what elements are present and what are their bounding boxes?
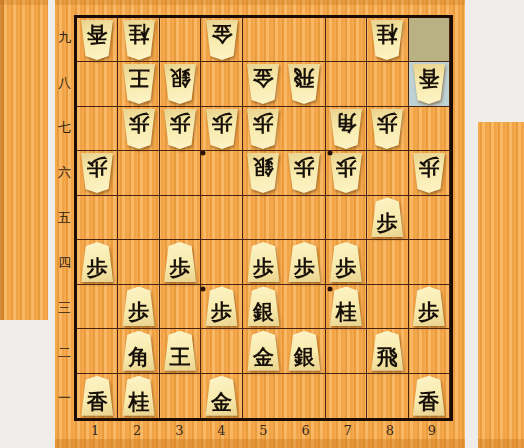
rank-label: 二	[55, 331, 74, 376]
piece-tile: 銀	[163, 64, 197, 104]
board-square[interactable]	[160, 285, 201, 329]
piece-pawn-top[interactable]: 歩	[205, 109, 239, 149]
board-square[interactable]: 歩	[284, 151, 325, 195]
board-square[interactable]: 歩	[284, 240, 325, 284]
piece-rook-top[interactable]: 飛	[287, 64, 321, 104]
board-square[interactable]	[201, 329, 242, 373]
board-square[interactable]	[367, 374, 408, 418]
piece-kanji: 歩	[170, 112, 191, 133]
piece-bishop-top[interactable]: 角	[329, 109, 363, 149]
board-square[interactable]: 王	[160, 329, 201, 373]
piece-kanji: 歩	[128, 302, 149, 323]
piece-kanji: 歩	[253, 112, 274, 133]
piece-pawn-top[interactable]: 歩	[329, 153, 363, 193]
piece-pawn-top[interactable]: 歩	[370, 109, 404, 149]
board-square[interactable]	[77, 329, 118, 373]
board-square[interactable]	[284, 107, 325, 151]
rank-label: 五	[55, 195, 74, 240]
board-square[interactable]: 歩	[201, 285, 242, 329]
piece-tile: 歩	[205, 109, 239, 149]
piece-kanji: 桂	[335, 302, 356, 323]
board-square[interactable]: 歩	[367, 107, 408, 151]
piece-kanji: 歩	[87, 258, 108, 279]
piece-kanji: 銀	[253, 156, 274, 177]
board-square[interactable]	[243, 374, 284, 418]
piece-tile: 金	[205, 376, 239, 416]
board-square[interactable]	[409, 196, 450, 240]
board-square[interactable]: 歩	[243, 107, 284, 151]
piece-pawn-bottom[interactable]: 歩	[205, 286, 239, 326]
piece-tile: 金	[205, 20, 239, 60]
shogi-app-window: 九八七六五四三二一 香桂金桂王銀金飛香歩歩歩歩角歩歩銀歩歩歩歩歩歩歩歩歩歩歩銀桂…	[0, 0, 524, 448]
board-square[interactable]	[284, 285, 325, 329]
piece-kanji: 歩	[294, 258, 315, 279]
piece-tile: 銀	[246, 153, 280, 193]
board-square[interactable]	[367, 62, 408, 106]
piece-tile: 飛	[287, 64, 321, 104]
board-square[interactable]: 金	[201, 18, 242, 62]
board-square[interactable]	[77, 62, 118, 106]
file-label: 7	[327, 421, 369, 439]
file-label: 4	[200, 421, 242, 439]
piece-kanji: 角	[128, 347, 149, 368]
board-square[interactable]: 銀	[284, 329, 325, 373]
piece-tile: 桂	[329, 286, 363, 326]
piece-kanji: 歩	[294, 156, 315, 177]
piece-knight-top[interactable]: 桂	[370, 20, 404, 60]
board-square[interactable]: 金	[243, 329, 284, 373]
shogi-board: 香桂金桂王銀金飛香歩歩歩歩角歩歩銀歩歩歩歩歩歩歩歩歩歩歩銀桂歩角王金銀飛香桂金香	[74, 15, 453, 421]
board-square[interactable]: 歩	[118, 285, 159, 329]
board-square[interactable]	[284, 196, 325, 240]
piece-kanji: 香	[418, 392, 439, 413]
board-square[interactable]: 香	[409, 374, 450, 418]
file-label: 3	[158, 421, 200, 439]
board-square[interactable]	[243, 196, 284, 240]
piece-pawn-top[interactable]: 歩	[80, 153, 114, 193]
board-square[interactable]	[77, 285, 118, 329]
piece-tile: 歩	[329, 242, 363, 282]
piece-kanji: 桂	[128, 23, 149, 44]
board-square[interactable]: 王	[118, 62, 159, 106]
board-square[interactable]	[409, 329, 450, 373]
board-square[interactable]	[326, 374, 367, 418]
board-square[interactable]: 歩	[118, 107, 159, 151]
board-square[interactable]: 歩	[77, 151, 118, 195]
piece-kanji: 歩	[128, 112, 149, 133]
piece-tile: 金	[246, 331, 280, 371]
piece-kanji: 角	[335, 112, 356, 133]
piece-kanji: 歩	[377, 112, 398, 133]
piece-bishop-bottom[interactable]: 角	[122, 331, 156, 371]
piece-tile: 銀	[287, 331, 321, 371]
board-square[interactable]: 歩	[409, 151, 450, 195]
piece-pawn-bottom[interactable]: 歩	[329, 242, 363, 282]
piece-king-bottom[interactable]: 王	[163, 331, 197, 371]
board-square[interactable]	[160, 374, 201, 418]
piece-gold-top[interactable]: 金	[205, 20, 239, 60]
board-square[interactable]: 歩	[409, 285, 450, 329]
piece-tile: 王	[163, 331, 197, 371]
piece-tile: 香	[412, 376, 446, 416]
piece-gold-bottom[interactable]: 金	[246, 331, 280, 371]
board-square[interactable]: 銀	[243, 285, 284, 329]
piece-kanji: 歩	[335, 156, 356, 177]
piece-rook-bottom[interactable]: 飛	[370, 331, 404, 371]
board-square[interactable]	[367, 285, 408, 329]
board-square[interactable]	[409, 107, 450, 151]
rank-label: 六	[55, 150, 74, 195]
piece-knight-bottom[interactable]: 桂	[122, 376, 156, 416]
board-square[interactable]: 桂	[367, 18, 408, 62]
hoshi-dot	[328, 287, 333, 292]
board-square[interactable]	[284, 374, 325, 418]
piece-kanji: 歩	[377, 213, 398, 234]
piece-tile: 歩	[370, 197, 404, 237]
piece-tile: 歩	[205, 286, 239, 326]
board-square[interactable]	[77, 196, 118, 240]
piece-tile: 歩	[122, 286, 156, 326]
piece-kanji: 銀	[170, 67, 191, 88]
board-square[interactable]	[326, 196, 367, 240]
board-square[interactable]: 歩	[326, 240, 367, 284]
piece-kanji: 歩	[418, 156, 439, 177]
board-square[interactable]	[409, 18, 450, 62]
board-square[interactable]: 歩	[160, 107, 201, 151]
piece-tile: 歩	[80, 153, 114, 193]
hoshi-dot	[328, 151, 333, 156]
left-komadai-panel	[0, 0, 48, 320]
piece-kanji: 金	[253, 67, 274, 88]
rank-label: 四	[55, 241, 74, 286]
piece-kanji: 歩	[253, 258, 274, 279]
piece-kanji: 香	[418, 67, 439, 88]
piece-knight-top[interactable]: 桂	[122, 20, 156, 60]
board-square[interactable]	[77, 107, 118, 151]
rank-label: 一	[55, 376, 74, 421]
piece-pawn-bottom[interactable]: 歩	[122, 286, 156, 326]
piece-tile: 金	[246, 64, 280, 104]
piece-kanji: 歩	[211, 112, 232, 133]
board-square[interactable]: 桂	[118, 374, 159, 418]
piece-pawn-top[interactable]: 歩	[412, 153, 446, 193]
piece-tile: 角	[329, 109, 363, 149]
piece-pawn-top[interactable]: 歩	[122, 109, 156, 149]
piece-pawn-top[interactable]: 歩	[246, 109, 280, 149]
piece-tile: 歩	[246, 242, 280, 282]
piece-pawn-bottom[interactable]: 歩	[287, 242, 321, 282]
piece-kanji: 王	[170, 347, 191, 368]
piece-tile: 銀	[246, 286, 280, 326]
file-label: 5	[242, 421, 284, 439]
board-square[interactable]: 金	[201, 374, 242, 418]
board-square[interactable]	[326, 62, 367, 106]
board-square[interactable]	[201, 62, 242, 106]
board-square[interactable]: 角	[326, 107, 367, 151]
piece-pawn-bottom[interactable]: 歩	[163, 242, 197, 282]
file-label: 1	[74, 421, 116, 439]
piece-kanji: 桂	[377, 23, 398, 44]
board-square[interactable]: 桂	[326, 285, 367, 329]
board-square[interactable]: 香	[409, 62, 450, 106]
piece-lance-bottom[interactable]: 香	[80, 376, 114, 416]
board-square[interactable]	[160, 151, 201, 195]
piece-kanji: 金	[211, 392, 232, 413]
piece-kanji: 飛	[377, 347, 398, 368]
rank-label: 三	[55, 286, 74, 331]
piece-tile: 歩	[163, 242, 197, 282]
board-square[interactable]	[326, 329, 367, 373]
piece-tile: 桂	[370, 20, 404, 60]
hoshi-dot	[201, 287, 206, 292]
board-square[interactable]: 歩	[243, 240, 284, 284]
piece-pawn-bottom[interactable]: 歩	[412, 286, 446, 326]
board-square[interactable]: 飛	[284, 62, 325, 106]
board-square[interactable]	[160, 18, 201, 62]
board-square[interactable]: 歩	[367, 196, 408, 240]
board-square[interactable]: 香	[77, 374, 118, 418]
piece-tile: 王	[122, 64, 156, 104]
piece-tile: 香	[80, 376, 114, 416]
piece-kanji: 金	[211, 23, 232, 44]
board-square[interactable]: 歩	[77, 240, 118, 284]
piece-kanji: 飛	[294, 67, 315, 88]
board-square[interactable]: 銀	[160, 62, 201, 106]
piece-kanji: 歩	[87, 156, 108, 177]
piece-gold-bottom[interactable]: 金	[205, 376, 239, 416]
piece-kanji: 桂	[128, 392, 149, 413]
file-label: 8	[369, 421, 411, 439]
rank-label: 七	[55, 105, 74, 150]
hoshi-dot	[201, 151, 206, 156]
piece-tile: 桂	[122, 20, 156, 60]
piece-lance-bottom[interactable]: 香	[412, 376, 446, 416]
rank-labels: 九八七六五四三二一	[55, 15, 74, 421]
piece-knight-bottom[interactable]: 桂	[329, 286, 363, 326]
board-square[interactable]	[118, 240, 159, 284]
file-labels: 123456789	[74, 421, 453, 439]
board-square[interactable]	[118, 196, 159, 240]
board-square[interactable]: 歩	[201, 107, 242, 151]
board-square[interactable]	[409, 240, 450, 284]
piece-pawn-bottom[interactable]: 歩	[246, 242, 280, 282]
piece-pawn-bottom[interactable]: 歩	[80, 242, 114, 282]
piece-kanji: 歩	[418, 302, 439, 323]
piece-silver-top[interactable]: 銀	[246, 153, 280, 193]
board-square[interactable]	[326, 18, 367, 62]
board-square[interactable]	[118, 151, 159, 195]
piece-tile: 桂	[122, 376, 156, 416]
piece-pawn-bottom[interactable]: 歩	[370, 197, 404, 237]
board-square[interactable]: 香	[77, 18, 118, 62]
piece-kanji: 香	[87, 23, 108, 44]
board-square[interactable]	[201, 151, 242, 195]
file-label: 9	[411, 421, 453, 439]
board-square[interactable]	[243, 18, 284, 62]
piece-tile: 歩	[370, 109, 404, 149]
piece-tile: 歩	[412, 286, 446, 326]
piece-kanji: 歩	[170, 258, 191, 279]
piece-silver-top[interactable]: 銀	[163, 64, 197, 104]
piece-silver-bottom[interactable]: 銀	[246, 286, 280, 326]
piece-gold-top[interactable]: 金	[246, 64, 280, 104]
piece-tile: 角	[122, 331, 156, 371]
piece-kanji: 銀	[294, 347, 315, 368]
piece-kanji: 銀	[253, 302, 274, 323]
piece-tile: 歩	[287, 153, 321, 193]
board-square[interactable]	[367, 151, 408, 195]
piece-kanji: 金	[253, 347, 274, 368]
board-square[interactable]: 角	[118, 329, 159, 373]
piece-tile: 歩	[80, 242, 114, 282]
piece-pawn-top[interactable]: 歩	[163, 109, 197, 149]
file-label: 6	[285, 421, 327, 439]
piece-kanji: 歩	[335, 258, 356, 279]
board-square[interactable]: 桂	[118, 18, 159, 62]
piece-lance-top[interactable]: 香	[412, 64, 446, 104]
piece-kanji: 歩	[211, 302, 232, 323]
piece-kanji: 王	[128, 67, 149, 88]
piece-lance-top[interactable]: 香	[80, 20, 114, 60]
piece-tile: 歩	[329, 153, 363, 193]
rank-label: 九	[55, 15, 74, 60]
board-square[interactable]	[201, 240, 242, 284]
board-square[interactable]: 銀	[243, 151, 284, 195]
piece-tile: 歩	[412, 153, 446, 193]
right-komadai-panel	[478, 122, 524, 448]
piece-king-top[interactable]: 王	[122, 64, 156, 104]
piece-pawn-top[interactable]: 歩	[287, 153, 321, 193]
board-square[interactable]	[160, 196, 201, 240]
piece-silver-bottom[interactable]: 銀	[287, 331, 321, 371]
file-label: 2	[116, 421, 158, 439]
rank-label: 八	[55, 60, 74, 105]
board-square[interactable]: 金	[243, 62, 284, 106]
piece-tile: 歩	[246, 109, 280, 149]
piece-tile: 歩	[122, 109, 156, 149]
board-square[interactable]	[284, 18, 325, 62]
piece-tile: 香	[412, 64, 446, 104]
piece-kanji: 香	[87, 392, 108, 413]
piece-tile: 香	[80, 20, 114, 60]
board-square[interactable]	[367, 240, 408, 284]
piece-tile: 歩	[287, 242, 321, 282]
board-square[interactable]: 飛	[367, 329, 408, 373]
piece-tile: 飛	[370, 331, 404, 371]
board-square[interactable]: 歩	[160, 240, 201, 284]
board-square[interactable]: 歩	[326, 151, 367, 195]
board-square[interactable]	[201, 196, 242, 240]
piece-tile: 歩	[163, 109, 197, 149]
